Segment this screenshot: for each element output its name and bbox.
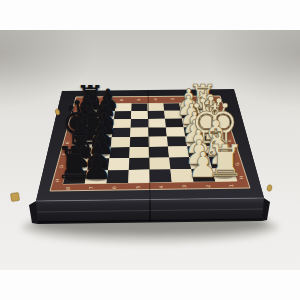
square xyxy=(149,147,169,158)
square xyxy=(108,158,129,170)
coordinate-label: 1 xyxy=(228,184,234,187)
square xyxy=(131,119,149,128)
piece-shadow xyxy=(184,122,199,127)
square xyxy=(107,170,129,183)
square xyxy=(166,127,185,136)
coordinate-label: F xyxy=(62,152,67,155)
coordinate-label: C xyxy=(71,121,76,124)
square xyxy=(131,111,148,119)
square xyxy=(115,104,132,112)
chessboard: 8877665544332211AABBCCDDEEFFGGHH xyxy=(0,0,300,300)
coordinate-label: G xyxy=(59,164,64,168)
square xyxy=(149,137,168,147)
square xyxy=(170,169,193,182)
piece-shadow xyxy=(202,122,217,127)
coordinate-label: 4 xyxy=(153,98,158,101)
coordinate-label: 6 xyxy=(111,186,117,189)
square xyxy=(114,111,131,119)
square xyxy=(131,104,147,112)
coordinate-label: F xyxy=(231,150,236,153)
square xyxy=(148,103,165,111)
coordinate-label: 5 xyxy=(135,186,141,189)
piece-shadow xyxy=(192,162,209,167)
coordinate-label: 5 xyxy=(136,98,141,101)
square xyxy=(150,169,172,182)
coordinate-label: C xyxy=(220,119,225,122)
piece-shadow xyxy=(181,106,195,110)
coordinate-label: D xyxy=(68,130,73,134)
square xyxy=(113,119,131,128)
coordinate-label: H xyxy=(55,178,60,181)
coordinate-label: 3 xyxy=(170,98,175,101)
brass-hinge-left xyxy=(10,192,19,201)
square xyxy=(129,147,149,158)
square xyxy=(111,137,131,147)
piece-shadow xyxy=(100,107,114,111)
piece-shadow xyxy=(84,107,98,111)
square xyxy=(128,170,150,183)
coordinate-label: 2 xyxy=(205,185,211,188)
coordinate-label: 8 xyxy=(86,98,91,101)
coordinate-label: G xyxy=(235,162,240,166)
square xyxy=(164,111,182,119)
coordinate-label: E xyxy=(227,139,232,142)
piece-shadow xyxy=(194,174,212,180)
square xyxy=(169,157,191,169)
piece-shadow xyxy=(206,140,222,145)
square xyxy=(130,128,148,138)
brass-latch-right xyxy=(266,184,272,191)
piece-shadow xyxy=(73,152,89,157)
coordinate-label: 7 xyxy=(102,98,107,101)
piece-shadow xyxy=(75,142,91,147)
piece-shadow xyxy=(80,123,95,128)
square xyxy=(130,137,149,147)
piece-shadow xyxy=(204,131,219,136)
piece-shadow xyxy=(209,150,225,155)
square xyxy=(112,128,131,138)
piece-shadow xyxy=(88,176,106,182)
piece-shadow xyxy=(188,140,204,145)
coordinate-label: 1 xyxy=(204,97,209,100)
piece-shadow xyxy=(98,123,113,128)
coordinate-label: B xyxy=(73,111,78,114)
square xyxy=(148,119,166,128)
coordinate-label: 6 xyxy=(119,98,124,101)
piece-shadow xyxy=(78,132,93,137)
coordinate-label: 4 xyxy=(158,185,164,188)
piece-shadow xyxy=(82,115,96,119)
piece-shadow xyxy=(212,161,229,166)
piece-shadow xyxy=(92,152,108,157)
square xyxy=(148,127,167,136)
square xyxy=(165,119,184,128)
square xyxy=(163,103,180,111)
square xyxy=(109,147,129,158)
piece-shadow xyxy=(70,164,87,169)
piece-shadow xyxy=(183,114,197,118)
piece-shadow xyxy=(99,114,113,118)
square xyxy=(149,157,170,169)
coordinate-label: D xyxy=(223,128,228,132)
square xyxy=(129,158,150,170)
piece-shadow xyxy=(199,114,213,118)
piece-shadow xyxy=(190,151,206,156)
coordinate-label: 7 xyxy=(88,186,94,189)
piece-shadow xyxy=(67,176,85,182)
piece-shadow xyxy=(90,163,107,168)
square xyxy=(148,111,165,119)
coordinate-label: 3 xyxy=(181,185,187,188)
coordinate-label: H xyxy=(239,176,244,179)
square xyxy=(167,136,187,146)
piece-shadow xyxy=(186,131,201,136)
coordinate-label: E xyxy=(65,141,70,144)
piece-shadow xyxy=(94,142,110,147)
product-photo: 8877665544332211AABBCCDDEEFFGGHH ♜♟♟♜♞♟♟… xyxy=(0,0,300,300)
piece-shadow xyxy=(215,174,233,180)
piece-shadow xyxy=(96,132,111,137)
coordinate-label: B xyxy=(217,110,222,113)
coordinate-label: 8 xyxy=(65,187,71,190)
square xyxy=(168,146,189,157)
piece-shadow xyxy=(197,106,211,110)
